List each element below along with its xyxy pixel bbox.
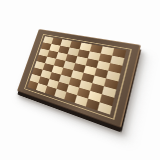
square-d1 [54, 89, 66, 100]
product-photo [0, 0, 160, 160]
chessboard [17, 29, 141, 128]
